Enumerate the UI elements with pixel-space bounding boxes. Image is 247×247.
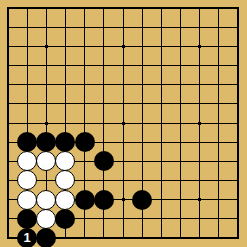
intersection-7-9[interactable] bbox=[133, 171, 152, 190]
intersection-7-10[interactable] bbox=[133, 190, 152, 209]
intersection-7-2[interactable] bbox=[133, 37, 152, 56]
intersection-8-1[interactable] bbox=[152, 18, 171, 37]
intersection-1-6[interactable] bbox=[18, 113, 37, 132]
intersection-6-3[interactable] bbox=[113, 56, 132, 75]
intersection-9-11[interactable] bbox=[171, 209, 190, 228]
intersection-10-4[interactable] bbox=[190, 75, 209, 94]
intersection-2-4[interactable] bbox=[37, 75, 56, 94]
intersection-2-2[interactable] bbox=[37, 37, 56, 56]
intersection-12-7[interactable] bbox=[228, 133, 247, 152]
black-stone bbox=[75, 190, 95, 210]
black-stone bbox=[55, 209, 75, 229]
intersection-10-12[interactable] bbox=[190, 228, 209, 247]
black-stone: 1 bbox=[17, 228, 37, 247]
intersection-9-5[interactable] bbox=[171, 94, 190, 113]
white-stone bbox=[36, 151, 56, 171]
intersection-9-7[interactable] bbox=[171, 133, 190, 152]
intersection-3-2[interactable] bbox=[56, 37, 75, 56]
intersection-1-3[interactable] bbox=[18, 56, 37, 75]
intersection-12-6[interactable] bbox=[228, 113, 247, 132]
intersection-4-2[interactable] bbox=[75, 37, 94, 56]
intersection-7-8[interactable] bbox=[133, 152, 152, 171]
white-stone bbox=[17, 170, 37, 190]
intersection-5-2[interactable] bbox=[94, 37, 113, 56]
intersection-0-7[interactable] bbox=[0, 133, 18, 152]
intersection-6-11[interactable] bbox=[113, 209, 132, 228]
intersection-8-8[interactable] bbox=[152, 152, 171, 171]
intersection-3-5[interactable] bbox=[56, 94, 75, 113]
intersection-8-2[interactable] bbox=[152, 37, 171, 56]
intersection-0-9[interactable] bbox=[0, 171, 18, 190]
intersection-0-11[interactable] bbox=[0, 209, 18, 228]
intersection-10-0[interactable] bbox=[190, 0, 209, 18]
black-stone bbox=[75, 132, 95, 152]
intersection-8-10[interactable] bbox=[152, 190, 171, 209]
intersection-11-11[interactable] bbox=[209, 209, 228, 228]
intersection-11-10[interactable] bbox=[209, 190, 228, 209]
intersection-12-3[interactable] bbox=[228, 56, 247, 75]
intersection-5-7[interactable] bbox=[94, 133, 113, 152]
intersection-1-11[interactable] bbox=[18, 209, 37, 228]
intersection-1-9[interactable] bbox=[18, 171, 37, 190]
intersection-3-12[interactable] bbox=[56, 228, 75, 247]
intersection-7-11[interactable] bbox=[133, 209, 152, 228]
black-stone bbox=[94, 190, 114, 210]
intersection-10-8[interactable] bbox=[190, 152, 209, 171]
intersection-0-0[interactable] bbox=[0, 0, 18, 18]
intersection-4-7[interactable] bbox=[75, 133, 94, 152]
intersection-8-7[interactable] bbox=[152, 133, 171, 152]
intersection-3-1[interactable] bbox=[56, 18, 75, 37]
black-stone bbox=[36, 132, 56, 152]
intersection-8-6[interactable] bbox=[152, 113, 171, 132]
intersection-12-4[interactable] bbox=[228, 75, 247, 94]
intersection-8-0[interactable] bbox=[152, 0, 171, 18]
intersection-9-9[interactable] bbox=[171, 171, 190, 190]
intersection-8-4[interactable] bbox=[152, 75, 171, 94]
intersection-8-12[interactable] bbox=[152, 228, 171, 247]
black-stone bbox=[55, 132, 75, 152]
intersection-12-2[interactable] bbox=[228, 37, 247, 56]
move-number-label: 1 bbox=[24, 231, 31, 244]
intersection-6-9[interactable] bbox=[113, 171, 132, 190]
intersection-5-11[interactable] bbox=[94, 209, 113, 228]
intersection-2-11[interactable] bbox=[37, 209, 56, 228]
white-stone bbox=[36, 209, 56, 229]
intersection-2-0[interactable] bbox=[37, 0, 56, 18]
intersection-10-10[interactable] bbox=[190, 190, 209, 209]
intersection-4-6[interactable] bbox=[75, 113, 94, 132]
intersection-7-0[interactable] bbox=[133, 0, 152, 18]
intersection-0-6[interactable] bbox=[0, 113, 18, 132]
white-stone bbox=[55, 170, 75, 190]
intersection-3-3[interactable] bbox=[56, 56, 75, 75]
intersection-11-4[interactable] bbox=[209, 75, 228, 94]
intersection-5-0[interactable] bbox=[94, 0, 113, 18]
intersection-2-3[interactable] bbox=[37, 56, 56, 75]
intersection-1-10[interactable] bbox=[18, 190, 37, 209]
intersection-4-11[interactable] bbox=[75, 209, 94, 228]
intersection-4-10[interactable] bbox=[75, 190, 94, 209]
intersection-0-10[interactable] bbox=[0, 190, 18, 209]
intersection-2-10[interactable] bbox=[37, 190, 56, 209]
black-stone bbox=[94, 151, 114, 171]
white-stone bbox=[36, 190, 56, 210]
intersection-4-12[interactable] bbox=[75, 228, 94, 247]
intersection-2-8[interactable] bbox=[37, 152, 56, 171]
white-stone bbox=[55, 151, 75, 171]
intersection-0-5[interactable] bbox=[0, 94, 18, 113]
intersection-12-1[interactable] bbox=[228, 18, 247, 37]
intersection-9-6[interactable] bbox=[171, 113, 190, 132]
intersection-6-4[interactable] bbox=[113, 75, 132, 94]
intersection-4-3[interactable] bbox=[75, 56, 94, 75]
intersection-2-9[interactable] bbox=[37, 171, 56, 190]
intersection-12-0[interactable] bbox=[228, 0, 247, 18]
intersection-8-5[interactable] bbox=[152, 94, 171, 113]
intersection-4-9[interactable] bbox=[75, 171, 94, 190]
intersection-10-1[interactable] bbox=[190, 18, 209, 37]
intersection-12-12[interactable] bbox=[228, 228, 247, 247]
intersection-3-10[interactable] bbox=[56, 190, 75, 209]
intersection-10-11[interactable] bbox=[190, 209, 209, 228]
intersection-11-0[interactable] bbox=[209, 0, 228, 18]
intersection-11-5[interactable] bbox=[209, 94, 228, 113]
intersection-7-12[interactable] bbox=[133, 228, 152, 247]
intersection-9-12[interactable] bbox=[171, 228, 190, 247]
intersection-0-4[interactable] bbox=[0, 75, 18, 94]
intersection-0-8[interactable] bbox=[0, 152, 18, 171]
intersection-1-5[interactable] bbox=[18, 94, 37, 113]
intersection-10-7[interactable] bbox=[190, 133, 209, 152]
intersection-6-6[interactable] bbox=[113, 113, 132, 132]
intersection-9-2[interactable] bbox=[171, 37, 190, 56]
intersection-10-2[interactable] bbox=[190, 37, 209, 56]
intersection-11-9[interactable] bbox=[209, 171, 228, 190]
white-stone bbox=[17, 151, 37, 171]
intersection-7-5[interactable] bbox=[133, 94, 152, 113]
intersection-5-9[interactable] bbox=[94, 171, 113, 190]
black-stone bbox=[17, 209, 37, 229]
intersection-4-1[interactable] bbox=[75, 18, 94, 37]
intersection-10-5[interactable] bbox=[190, 94, 209, 113]
intersection-1-2[interactable] bbox=[18, 37, 37, 56]
intersection-9-8[interactable] bbox=[171, 152, 190, 171]
intersection-7-6[interactable] bbox=[133, 113, 152, 132]
intersection-0-1[interactable] bbox=[0, 18, 18, 37]
intersection-1-12[interactable]: 1 bbox=[18, 228, 37, 247]
intersection-5-6[interactable] bbox=[94, 113, 113, 132]
intersection-10-9[interactable] bbox=[190, 171, 209, 190]
intersection-11-12[interactable] bbox=[209, 228, 228, 247]
intersection-7-4[interactable] bbox=[133, 75, 152, 94]
intersection-6-1[interactable] bbox=[113, 18, 132, 37]
intersection-6-10[interactable] bbox=[113, 190, 132, 209]
intersection-0-3[interactable] bbox=[0, 56, 18, 75]
intersection-12-9[interactable] bbox=[228, 171, 247, 190]
black-stone bbox=[132, 190, 152, 210]
intersection-6-8[interactable] bbox=[113, 152, 132, 171]
intersection-3-4[interactable] bbox=[56, 75, 75, 94]
intersection-9-4[interactable] bbox=[171, 75, 190, 94]
intersection-4-8[interactable] bbox=[75, 152, 94, 171]
intersection-9-1[interactable] bbox=[171, 18, 190, 37]
intersection-6-12[interactable] bbox=[113, 228, 132, 247]
intersection-5-5[interactable] bbox=[94, 94, 113, 113]
intersection-2-7[interactable] bbox=[37, 133, 56, 152]
intersection-2-6[interactable] bbox=[37, 113, 56, 132]
intersection-2-12[interactable] bbox=[37, 228, 56, 247]
intersection-4-5[interactable] bbox=[75, 94, 94, 113]
intersection-3-11[interactable] bbox=[56, 209, 75, 228]
intersection-6-2[interactable] bbox=[113, 37, 132, 56]
intersection-5-12[interactable] bbox=[94, 228, 113, 247]
intersection-2-1[interactable] bbox=[37, 18, 56, 37]
intersection-12-5[interactable] bbox=[228, 94, 247, 113]
white-stone bbox=[17, 190, 37, 210]
intersection-11-3[interactable] bbox=[209, 56, 228, 75]
intersection-9-10[interactable] bbox=[171, 190, 190, 209]
intersection-3-7[interactable] bbox=[56, 133, 75, 152]
intersection-9-0[interactable] bbox=[171, 0, 190, 18]
intersection-3-9[interactable] bbox=[56, 171, 75, 190]
intersection-12-10[interactable] bbox=[228, 190, 247, 209]
black-stone bbox=[17, 132, 37, 152]
intersection-1-7[interactable] bbox=[18, 133, 37, 152]
intersection-0-2[interactable] bbox=[0, 37, 18, 56]
intersection-1-4[interactable] bbox=[18, 75, 37, 94]
intersection-7-3[interactable] bbox=[133, 56, 152, 75]
intersection-3-0[interactable] bbox=[56, 0, 75, 18]
intersection-6-7[interactable] bbox=[113, 133, 132, 152]
intersection-8-11[interactable] bbox=[152, 209, 171, 228]
intersection-11-2[interactable] bbox=[209, 37, 228, 56]
intersection-11-6[interactable] bbox=[209, 113, 228, 132]
intersection-1-8[interactable] bbox=[18, 152, 37, 171]
intersection-8-9[interactable] bbox=[152, 171, 171, 190]
intersection-5-10[interactable] bbox=[94, 190, 113, 209]
intersection-7-7[interactable] bbox=[133, 133, 152, 152]
intersection-4-4[interactable] bbox=[75, 75, 94, 94]
intersection-5-1[interactable] bbox=[94, 18, 113, 37]
intersection-9-3[interactable] bbox=[171, 56, 190, 75]
intersection-11-7[interactable] bbox=[209, 133, 228, 152]
intersection-1-1[interactable] bbox=[18, 18, 37, 37]
intersection-12-11[interactable] bbox=[228, 209, 247, 228]
intersection-8-3[interactable] bbox=[152, 56, 171, 75]
intersection-5-4[interactable] bbox=[94, 75, 113, 94]
intersection-10-6[interactable] bbox=[190, 113, 209, 132]
intersection-5-8[interactable] bbox=[94, 152, 113, 171]
intersection-6-5[interactable] bbox=[113, 94, 132, 113]
black-stone bbox=[36, 228, 56, 247]
go-board: 1 bbox=[0, 0, 247, 247]
intersection-0-12[interactable] bbox=[0, 228, 18, 247]
intersection-10-3[interactable] bbox=[190, 56, 209, 75]
intersection-1-0[interactable] bbox=[18, 0, 37, 18]
intersection-11-8[interactable] bbox=[209, 152, 228, 171]
intersection-2-5[interactable] bbox=[37, 94, 56, 113]
intersection-5-3[interactable] bbox=[94, 56, 113, 75]
intersection-7-1[interactable] bbox=[133, 18, 152, 37]
intersection-4-0[interactable] bbox=[75, 0, 94, 18]
white-stone bbox=[55, 190, 75, 210]
board-grid: 1 bbox=[0, 0, 247, 247]
intersection-3-6[interactable] bbox=[56, 113, 75, 132]
intersection-3-8[interactable] bbox=[56, 152, 75, 171]
intersection-11-1[interactable] bbox=[209, 18, 228, 37]
intersection-12-8[interactable] bbox=[228, 152, 247, 171]
intersection-6-0[interactable] bbox=[113, 0, 132, 18]
